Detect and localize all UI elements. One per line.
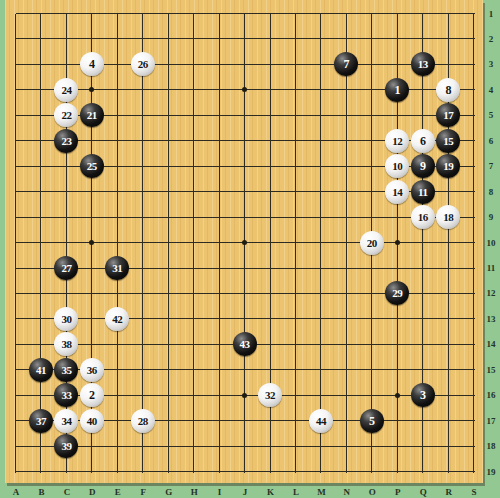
stone-black-3[interactable]: 3 — [411, 383, 435, 407]
stone-move-number: 29 — [392, 287, 402, 299]
stone-white-30[interactable]: 30 — [54, 307, 78, 331]
row-label-9: 9 — [489, 213, 494, 222]
stone-black-17[interactable]: 17 — [436, 103, 460, 127]
stone-move-number: 9 — [420, 159, 426, 173]
stone-move-number: 25 — [87, 160, 97, 172]
col-label-N: N — [344, 487, 351, 496]
stone-white-6[interactable]: 6 — [411, 129, 435, 153]
stone-white-10[interactable]: 10 — [385, 154, 409, 178]
grid-line-horizontal — [16, 471, 475, 472]
row-label-18: 18 — [487, 442, 496, 451]
stone-move-number: 40 — [87, 415, 97, 427]
stone-move-number: 24 — [61, 84, 71, 96]
stone-move-number: 30 — [61, 313, 71, 325]
stone-white-12[interactable]: 12 — [385, 129, 409, 153]
grid-line-vertical — [473, 14, 474, 473]
stone-move-number: 17 — [443, 109, 453, 121]
stone-move-number: 41 — [36, 364, 46, 376]
stone-move-number: 8 — [445, 83, 451, 97]
stone-move-number: 34 — [61, 415, 71, 427]
stone-move-number: 3 — [420, 388, 426, 402]
grid-line-vertical — [168, 14, 169, 473]
row-label-5: 5 — [489, 111, 494, 120]
stone-move-number: 43 — [240, 338, 250, 350]
stone-black-23[interactable]: 23 — [54, 129, 78, 153]
grid-line-vertical — [219, 14, 220, 473]
col-label-P: P — [395, 487, 401, 496]
stone-white-20[interactable]: 20 — [360, 231, 384, 255]
row-label-16: 16 — [487, 391, 496, 400]
stone-black-29[interactable]: 29 — [385, 281, 409, 305]
stone-white-42[interactable]: 42 — [105, 307, 129, 331]
stone-move-number: 20 — [367, 237, 377, 249]
stone-black-7[interactable]: 7 — [334, 52, 358, 76]
stone-move-number: 18 — [443, 211, 453, 223]
row-label-8: 8 — [489, 187, 494, 196]
col-label-F: F — [141, 487, 147, 496]
stone-black-27[interactable]: 27 — [54, 256, 78, 280]
stone-white-34[interactable]: 34 — [54, 409, 78, 433]
stone-black-9[interactable]: 9 — [411, 154, 435, 178]
grid-line-horizontal — [16, 318, 475, 319]
row-label-13: 13 — [487, 314, 496, 323]
row-label-19: 19 — [487, 467, 496, 476]
stone-move-number: 38 — [61, 338, 71, 350]
stone-move-number: 15 — [443, 135, 453, 147]
stone-white-32[interactable]: 32 — [258, 383, 282, 407]
stone-white-38[interactable]: 38 — [54, 332, 78, 356]
stone-move-number: 33 — [61, 389, 71, 401]
col-label-M: M — [317, 487, 326, 496]
stone-move-number: 22 — [61, 109, 71, 121]
stone-move-number: 36 — [87, 364, 97, 376]
col-label-R: R — [445, 487, 452, 496]
stone-white-2[interactable]: 2 — [80, 383, 104, 407]
stone-move-number: 21 — [87, 109, 97, 121]
stone-move-number: 42 — [112, 313, 122, 325]
stone-move-number: 19 — [443, 160, 453, 172]
stone-black-31[interactable]: 31 — [105, 256, 129, 280]
star-point — [395, 393, 400, 398]
stone-move-number: 32 — [265, 389, 275, 401]
row-label-1: 1 — [489, 9, 494, 18]
row-label-12: 12 — [487, 289, 496, 298]
go-board[interactable]: 1234567891011121314151617181920212223242… — [5, 0, 483, 483]
row-label-11: 11 — [487, 264, 496, 273]
stone-black-39[interactable]: 39 — [54, 434, 78, 458]
stone-move-number: 1 — [395, 83, 401, 97]
stone-move-number: 44 — [316, 415, 326, 427]
col-label-J: J — [243, 487, 248, 496]
grid-line-vertical — [142, 14, 143, 473]
stone-white-36[interactable]: 36 — [80, 358, 104, 382]
col-label-H: H — [191, 487, 198, 496]
col-label-I: I — [218, 487, 222, 496]
stone-move-number: 13 — [418, 58, 428, 70]
stone-move-number: 14 — [392, 186, 402, 198]
stone-move-number: 23 — [61, 135, 71, 147]
stone-black-25[interactable]: 25 — [80, 154, 104, 178]
row-label-17: 17 — [487, 416, 496, 425]
row-label-6: 6 — [489, 136, 494, 145]
col-label-B: B — [38, 487, 44, 496]
stone-move-number: 39 — [61, 440, 71, 452]
stone-white-18[interactable]: 18 — [436, 205, 460, 229]
grid-line-horizontal — [16, 38, 475, 39]
stone-black-15[interactable]: 15 — [436, 129, 460, 153]
stone-black-41[interactable]: 41 — [29, 358, 53, 382]
star-point — [242, 240, 247, 245]
star-point — [89, 87, 94, 92]
grid-line-horizontal — [16, 446, 475, 447]
grid-line-vertical — [346, 14, 347, 473]
col-label-D: D — [89, 487, 96, 496]
stone-black-13[interactable]: 13 — [411, 52, 435, 76]
col-label-K: K — [267, 487, 274, 496]
stone-move-number: 7 — [344, 57, 350, 71]
stone-white-40[interactable]: 40 — [80, 409, 104, 433]
stone-black-21[interactable]: 21 — [80, 103, 104, 127]
stone-black-33[interactable]: 33 — [54, 383, 78, 407]
stone-move-number: 12 — [392, 135, 402, 147]
col-label-E: E — [115, 487, 121, 496]
stone-black-37[interactable]: 37 — [29, 409, 53, 433]
grid-line-horizontal — [16, 217, 475, 218]
row-label-3: 3 — [489, 60, 494, 69]
row-label-7: 7 — [489, 162, 494, 171]
stone-white-26[interactable]: 26 — [131, 52, 155, 76]
stone-move-number: 31 — [112, 262, 122, 274]
stone-white-16[interactable]: 16 — [411, 205, 435, 229]
stone-black-1[interactable]: 1 — [385, 78, 409, 102]
star-point — [395, 240, 400, 245]
star-point — [89, 240, 94, 245]
stone-black-35[interactable]: 35 — [54, 358, 78, 382]
stone-white-28[interactable]: 28 — [131, 409, 155, 433]
row-label-15: 15 — [487, 365, 496, 374]
stone-black-5[interactable]: 5 — [360, 409, 384, 433]
stone-move-number: 37 — [36, 415, 46, 427]
stone-move-number: 6 — [420, 134, 426, 148]
grid-line-horizontal — [16, 13, 475, 14]
stone-move-number: 27 — [61, 262, 71, 274]
stone-black-19[interactable]: 19 — [436, 154, 460, 178]
row-label-2: 2 — [489, 34, 494, 43]
grid-line-vertical — [193, 14, 194, 473]
stone-white-8[interactable]: 8 — [436, 78, 460, 102]
stone-move-number: 28 — [138, 415, 148, 427]
grid-line-vertical — [117, 14, 118, 473]
col-label-O: O — [369, 487, 376, 496]
stone-move-number: 5 — [369, 414, 375, 428]
grid-line-vertical — [15, 14, 16, 473]
grid-line-vertical — [320, 14, 321, 473]
stone-move-number: 11 — [418, 186, 427, 198]
stone-black-11[interactable]: 11 — [411, 180, 435, 204]
col-label-S: S — [472, 487, 477, 496]
stone-black-43[interactable]: 43 — [233, 332, 257, 356]
go-diagram: 1234567891011121314151617181920212223242… — [0, 0, 500, 498]
grid-line-horizontal — [16, 268, 475, 269]
col-label-G: G — [165, 487, 172, 496]
grid-line-vertical — [40, 14, 41, 473]
row-label-14: 14 — [487, 340, 496, 349]
grid-line-vertical — [295, 14, 296, 473]
stone-white-4[interactable]: 4 — [80, 52, 104, 76]
stone-move-number: 2 — [89, 388, 95, 402]
stone-white-14[interactable]: 14 — [385, 180, 409, 204]
star-point — [242, 393, 247, 398]
stone-white-22[interactable]: 22 — [54, 103, 78, 127]
col-label-A: A — [13, 487, 20, 496]
stone-white-24[interactable]: 24 — [54, 78, 78, 102]
star-point — [242, 87, 247, 92]
stone-move-number: 26 — [138, 58, 148, 70]
stone-move-number: 10 — [392, 160, 402, 172]
col-label-L: L — [293, 487, 299, 496]
stone-move-number: 16 — [418, 211, 428, 223]
stone-move-number: 4 — [89, 57, 95, 71]
col-label-Q: Q — [420, 487, 427, 496]
row-label-4: 4 — [489, 85, 494, 94]
row-label-10: 10 — [487, 238, 496, 247]
stone-white-44[interactable]: 44 — [309, 409, 333, 433]
stone-move-number: 35 — [61, 364, 71, 376]
col-label-C: C — [64, 487, 71, 496]
